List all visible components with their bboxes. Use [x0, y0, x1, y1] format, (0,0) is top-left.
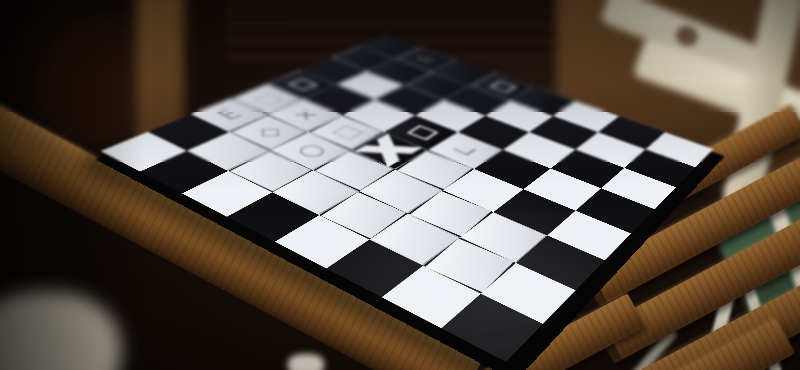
depth-of-field-blur: [0, 112, 800, 162]
white-card-plain-glyph: [396, 226, 433, 252]
white-card-plain-glyph: [488, 224, 519, 249]
depth-of-field-blur: [0, 162, 800, 207]
photo-scene: E□□◇×♘○□X□□∟: [0, 0, 800, 370]
depth-of-field-blur: [0, 0, 800, 112]
white-card-plain-glyph: [454, 250, 486, 279]
